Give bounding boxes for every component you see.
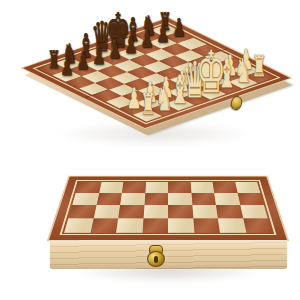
box-square-r2c7 — [240, 205, 268, 218]
box-square-r1c7 — [237, 193, 264, 205]
box-square-r0c0 — [76, 182, 102, 193]
box-square-r3c1 — [90, 218, 118, 232]
box-square-r3c2 — [116, 218, 143, 232]
box-square-r2c2 — [118, 205, 144, 218]
closed-box-top — [49, 177, 287, 240]
box-square-r0c7 — [235, 182, 261, 193]
box-square-r3c7 — [243, 218, 272, 232]
box-square-r2c1 — [93, 205, 120, 218]
box-square-r0c6 — [213, 182, 238, 193]
box-square-r2c0 — [68, 205, 96, 218]
box-square-r3c3 — [142, 218, 168, 232]
brass-latch-keyhole — [154, 256, 158, 263]
box-square-r1c2 — [120, 193, 145, 205]
box-square-r2c5 — [192, 205, 218, 218]
box-square-r1c4 — [168, 193, 192, 205]
box-square-r2c4 — [168, 205, 193, 218]
product-photo-chess-set: ♜♞♝♛♚♝♞♜♟♟♟♟♟♟♟♟♟♟♟♟♟♟♟♟♜♞♝♛♚♝♞♜ — [0, 0, 300, 300]
box-square-r1c5 — [191, 193, 216, 205]
box-square-r1c6 — [214, 193, 240, 205]
box-square-r3c4 — [168, 218, 194, 232]
box-square-r0c3 — [145, 182, 168, 193]
box-square-r0c5 — [190, 182, 214, 193]
open-chess-board — [23, 18, 290, 128]
box-square-r2c6 — [216, 205, 243, 218]
closed-box-front — [50, 240, 287, 269]
closed-box-grid — [64, 182, 272, 233]
box-square-r1c3 — [144, 193, 168, 205]
box-square-r3c0 — [64, 218, 93, 232]
box-square-r0c2 — [122, 182, 146, 193]
box-square-r3c5 — [193, 218, 220, 232]
box-square-r3c6 — [218, 218, 246, 232]
box-square-r1c1 — [96, 193, 122, 205]
brass-latch-icon — [145, 245, 167, 269]
box-square-r2c3 — [143, 205, 168, 218]
box-square-r0c1 — [99, 182, 124, 193]
box-square-r0c4 — [168, 182, 191, 193]
box-square-r1c0 — [72, 193, 99, 205]
